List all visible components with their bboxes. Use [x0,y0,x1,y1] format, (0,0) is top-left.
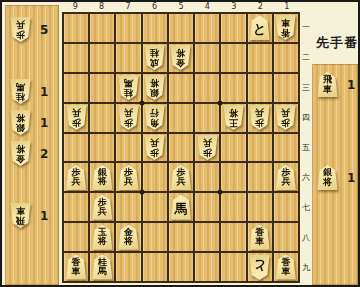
piece-face: 歩兵 [10,17,31,42]
file-label-7: 7 [115,2,141,12]
hand-count: 1 [40,209,48,223]
square-7-4[interactable]: 歩兵 [116,104,140,132]
square-9-6[interactable]: 歩兵 [64,163,88,191]
file-label-6: 6 [141,2,167,12]
hand-count: 1 [347,78,355,92]
square-3-7[interactable] [221,193,245,221]
square-4-1[interactable] [195,14,219,42]
square-3-5[interactable] [221,134,245,162]
piece-face: 飛車 [317,72,338,97]
piece-kanji: 将 [150,78,159,88]
gote-piece-と[interactable]: と [249,255,270,280]
square-7-3[interactable]: 桂馬 [116,74,140,102]
piece-face: 香車 [275,255,296,280]
piece-face: 銀将 [10,110,31,135]
hand-count: 1 [40,116,48,130]
square-8-9[interactable]: 桂馬 [90,253,114,281]
piece-kanji: 王 [229,118,238,128]
hand-count: 2 [40,147,48,161]
square-5-4[interactable] [169,104,193,132]
sente-hand-銀将[interactable]: 銀将1 [312,162,360,193]
piece-face: 金将 [118,225,139,250]
square-9-4[interactable]: 歩兵 [64,104,88,132]
piece-face: 玉将 [92,225,113,250]
piece-kanji: 兵 [203,138,212,148]
gote-piece-歩兵[interactable]: 歩兵 [66,105,87,130]
piece-kanji: 飛 [16,216,25,226]
piece-face: 歩兵 [118,105,139,130]
rank-label-1: 一 [300,12,312,42]
piece-face: 香車 [66,255,87,280]
square-8-7[interactable]: 歩兵 [90,193,114,221]
gote-piece-桂馬[interactable]: 桂馬 [118,75,139,100]
square-5-5[interactable] [169,134,193,162]
gote-hand-金将[interactable]: 金将2 [5,138,64,169]
gote-piece-歩兵[interactable]: 歩兵 [275,105,296,130]
piece-kanji: 兵 [150,138,159,148]
sente-piece-玉将[interactable]: 玉将 [92,225,113,250]
piece-kanji: 兵 [16,20,25,30]
square-8-5[interactable] [90,134,114,162]
piece-face: 歩兵 [170,165,191,190]
square-6-7[interactable] [143,193,167,221]
square-4-4[interactable] [195,104,219,132]
piece-face: 銀将 [317,165,338,190]
piece-kanji: 歩 [124,118,133,128]
sente-piece-歩兵[interactable]: 歩兵 [118,165,139,190]
sente-piece-香車[interactable]: 香車 [66,255,87,280]
square-7-6[interactable]: 歩兵 [116,163,140,191]
square-9-8[interactable] [64,223,88,251]
piece-face: 銀将 [92,165,113,190]
sente-hand-飛車[interactable]: 飛車1 [312,69,360,100]
square-1-8[interactable] [274,223,298,251]
piece-kanji: 将 [16,113,25,123]
piece-kanji: 将 [229,108,238,118]
piece-face: 王将 [223,105,244,130]
square-2-1[interactable]: と [248,14,272,42]
gote-piece-歩兵[interactable]: 歩兵 [144,135,165,160]
piece-face: 歩兵 [66,165,87,190]
square-7-2[interactable] [116,44,140,72]
piece-face: 銀将 [144,75,165,100]
piece-kanji: 兵 [124,177,133,187]
star-point [217,190,222,195]
gote-hand-飛車[interactable]: 飛車1 [5,200,64,231]
square-2-2[interactable] [248,44,272,72]
piece-kanji: 兵 [72,108,81,118]
gote-captured-tray: 歩兵5桂馬1銀将1金将2飛車1 [5,5,59,285]
piece-kanji: 銀 [150,88,159,98]
square-3-9[interactable] [221,253,245,281]
piece-kanji: と [253,22,266,36]
sente-piece-歩兵[interactable]: 歩兵 [92,195,113,220]
piece-kanji: 桂 [16,92,25,102]
piece-kanji: 将 [98,237,107,247]
square-3-1[interactable] [221,14,245,42]
square-3-3[interactable] [221,74,245,102]
piece-kanji: 車 [281,18,290,28]
piece-kanji: 馬 [174,202,187,216]
sente-captured-tray: 飛車1銀将1 [312,64,358,285]
sente-piece-歩兵[interactable]: 歩兵 [66,165,87,190]
gote-piece-歩兵[interactable]: 歩兵 [197,135,218,160]
piece-face: 角行 [144,105,165,130]
piece-kanji: 桂 [150,48,159,58]
piece-kanji: 兵 [281,108,290,118]
square-6-2[interactable]: 成桂 [143,44,167,72]
piece-kanji: 車 [72,267,81,277]
sente-piece-馬[interactable]: 馬 [170,195,191,220]
piece-face: 桂馬 [10,79,31,104]
gote-piece-歩兵[interactable]: 歩兵 [249,105,270,130]
piece-kanji: 将 [16,144,25,154]
square-8-1[interactable] [90,14,114,42]
piece-face: 歩兵 [249,105,270,130]
square-2-8[interactable]: 香車 [248,223,272,251]
piece-kanji: 金 [176,58,185,68]
sente-piece-香車[interactable]: 香車 [275,255,296,280]
piece-face: 金将 [10,141,31,166]
square-8-8[interactable]: 玉将 [90,223,114,251]
file-labels: 987654321 [62,2,300,12]
square-1-6[interactable]: 歩兵 [274,163,298,191]
piece-face: 歩兵 [144,135,165,160]
gote-piece-飛車[interactable]: 飛車 [10,203,31,228]
square-3-8[interactable] [221,223,245,251]
piece-kanji: 車 [281,267,290,277]
square-1-1[interactable]: 香車 [274,14,298,42]
square-4-9[interactable] [195,253,219,281]
piece-face: 桂馬 [92,255,113,280]
square-5-3[interactable] [169,74,193,102]
square-8-2[interactable] [90,44,114,72]
piece-face: 歩兵 [197,135,218,160]
piece-kanji: 車 [16,206,25,216]
hand-count: 1 [347,171,355,185]
piece-kanji: 香 [281,28,290,38]
piece-face: と [249,255,270,280]
square-3-2[interactable] [221,44,245,72]
hand-count: 1 [40,85,48,99]
rank-label-3: 三 [300,72,312,102]
star-point [139,190,144,195]
sente-piece-歩兵[interactable]: 歩兵 [170,165,191,190]
piece-kanji: 行 [150,108,159,118]
piece-face: 馬 [170,195,191,220]
piece-kanji: 車 [255,237,264,247]
gote-piece-銀将[interactable]: 銀将 [10,110,31,135]
rank-label-5: 五 [300,132,312,162]
piece-kanji: 歩 [72,118,81,128]
piece-kanji: 桂 [124,88,133,98]
square-6-3[interactable]: 銀将 [143,74,167,102]
star-point [217,101,222,106]
square-1-3[interactable] [274,74,298,102]
gote-piece-歩兵[interactable]: 歩兵 [10,17,31,42]
file-label-8: 8 [88,2,114,12]
piece-kanji: 歩 [255,118,264,128]
piece-kanji: と [253,259,266,273]
square-2-4[interactable]: 歩兵 [248,104,272,132]
square-2-3[interactable] [248,74,272,102]
piece-face: 香車 [249,225,270,250]
piece-face: 歩兵 [275,105,296,130]
piece-face: 歩兵 [92,195,113,220]
gote-piece-金将[interactable]: 金将 [10,141,31,166]
rank-label-8: 八 [300,223,312,253]
square-4-6[interactable] [195,163,219,191]
sente-piece-歩兵[interactable]: 歩兵 [275,165,296,190]
piece-kanji: 歩 [16,30,25,40]
piece-kanji: 成 [150,58,159,68]
gote-piece-王将[interactable]: 王将 [223,105,244,130]
sente-piece-と[interactable]: と [249,15,270,40]
piece-kanji: 兵 [176,177,185,187]
piece-kanji: 将 [124,237,133,247]
square-9-5[interactable] [64,134,88,162]
piece-face: と [249,15,270,40]
rank-label-6: 六 [300,163,312,193]
piece-face: 飛車 [10,203,31,228]
piece-kanji: 馬 [16,82,25,92]
piece-face: 金将 [170,45,191,70]
square-9-7[interactable] [64,193,88,221]
piece-kanji: 兵 [72,177,81,187]
gote-piece-歩兵[interactable]: 歩兵 [118,105,139,130]
file-label-1: 1 [274,2,300,12]
star-point [139,101,144,106]
shogi-app-window: 987654321 歩兵5桂馬1銀将1金将2飛車1 と香車成桂金将桂馬銀将歩兵歩… [0,0,360,287]
piece-kanji: 車 [323,85,332,95]
square-2-9[interactable]: と [248,253,272,281]
piece-kanji: 歩 [150,147,159,157]
piece-kanji: 金 [16,154,25,164]
square-5-2[interactable]: 金将 [169,44,193,72]
gote-piece-桂馬[interactable]: 桂馬 [10,79,31,104]
file-label-9: 9 [62,2,88,12]
square-1-2[interactable] [274,44,298,72]
piece-kanji: 銀 [16,123,25,133]
gote-hand-銀将[interactable]: 銀将1 [5,107,64,138]
rank-label-4: 四 [300,102,312,132]
square-4-3[interactable] [195,74,219,102]
piece-face: 歩兵 [66,105,87,130]
square-2-6[interactable] [248,163,272,191]
square-1-4[interactable]: 歩兵 [274,104,298,132]
square-3-6[interactable] [221,163,245,191]
square-4-5[interactable]: 歩兵 [195,134,219,162]
square-9-1[interactable] [64,14,88,42]
piece-kanji: 角 [150,118,159,128]
rank-labels: 一二三四五六七八九 [300,12,312,283]
file-label-2: 2 [247,2,273,12]
square-5-8[interactable] [169,223,193,251]
square-8-3[interactable] [90,74,114,102]
sente-piece-飛車[interactable]: 飛車 [317,72,338,97]
gote-piece-金将[interactable]: 金将 [170,45,191,70]
square-3-4[interactable]: 王将 [221,104,245,132]
piece-kanji: 兵 [255,108,264,118]
square-1-7[interactable] [274,193,298,221]
square-5-6[interactable]: 歩兵 [169,163,193,191]
file-label-4: 4 [194,2,220,12]
shogi-board: と香車成桂金将桂馬銀将歩兵歩兵角行王将歩兵歩兵歩兵歩兵歩兵銀将歩兵歩兵歩兵歩兵馬… [62,12,300,283]
square-9-9[interactable]: 香車 [64,253,88,281]
file-label-3: 3 [221,2,247,12]
piece-kanji: 馬 [124,78,133,88]
square-9-3[interactable] [64,74,88,102]
piece-kanji: 兵 [124,108,133,118]
square-5-7[interactable]: 馬 [169,193,193,221]
gote-hand-桂馬[interactable]: 桂馬1 [5,76,64,107]
square-7-9[interactable] [116,253,140,281]
gote-piece-銀将[interactable]: 銀将 [144,75,165,100]
hand-count: 5 [40,23,48,37]
square-7-7[interactable] [116,193,140,221]
square-8-4[interactable] [90,104,114,132]
square-7-1[interactable] [116,14,140,42]
square-4-7[interactable] [195,193,219,221]
piece-kanji: 将 [98,177,107,187]
square-7-5[interactable] [116,134,140,162]
piece-kanji: 馬 [98,267,107,277]
sente-piece-銀将[interactable]: 銀将 [317,165,338,190]
square-4-8[interactable] [195,223,219,251]
rank-label-2: 二 [300,42,312,72]
square-6-1[interactable] [143,14,167,42]
piece-kanji: 歩 [203,147,212,157]
piece-kanji: 兵 [281,177,290,187]
square-6-6[interactable] [143,163,167,191]
gote-hand-歩兵[interactable]: 歩兵5 [5,14,64,45]
piece-face: 香車 [275,15,296,40]
piece-kanji: 将 [323,178,332,188]
square-1-5[interactable] [274,134,298,162]
rank-label-7: 七 [300,193,312,223]
square-8-6[interactable]: 銀将 [90,163,114,191]
piece-face: 歩兵 [275,165,296,190]
square-4-2[interactable] [195,44,219,72]
sente-piece-桂馬[interactable]: 桂馬 [92,255,113,280]
square-9-2[interactable] [64,44,88,72]
turn-indicator: 先手番 [314,34,360,52]
square-6-8[interactable] [143,223,167,251]
piece-kanji: 将 [176,48,185,58]
piece-face: 桂馬 [118,75,139,100]
sente-piece-香車[interactable]: 香車 [249,225,270,250]
sente-piece-金将[interactable]: 金将 [118,225,139,250]
square-5-1[interactable] [169,14,193,42]
square-2-7[interactable] [248,193,272,221]
square-7-8[interactable]: 金将 [116,223,140,251]
piece-kanji: 兵 [98,207,107,217]
gote-piece-香車[interactable]: 香車 [275,15,296,40]
piece-face: 歩兵 [118,165,139,190]
rank-label-9: 九 [300,253,312,283]
gote-piece-成桂[interactable]: 成桂 [144,45,165,70]
square-1-9[interactable]: 香車 [274,253,298,281]
square-6-5[interactable]: 歩兵 [143,134,167,162]
piece-face: 成桂 [144,45,165,70]
square-6-9[interactable] [143,253,167,281]
piece-kanji: 歩 [281,118,290,128]
file-label-5: 5 [168,2,194,12]
gote-piece-角行[interactable]: 角行 [144,105,165,130]
square-2-5[interactable] [248,134,272,162]
square-5-9[interactable] [169,253,193,281]
sente-piece-銀将[interactable]: 銀将 [92,165,113,190]
square-6-4[interactable]: 角行 [143,104,167,132]
